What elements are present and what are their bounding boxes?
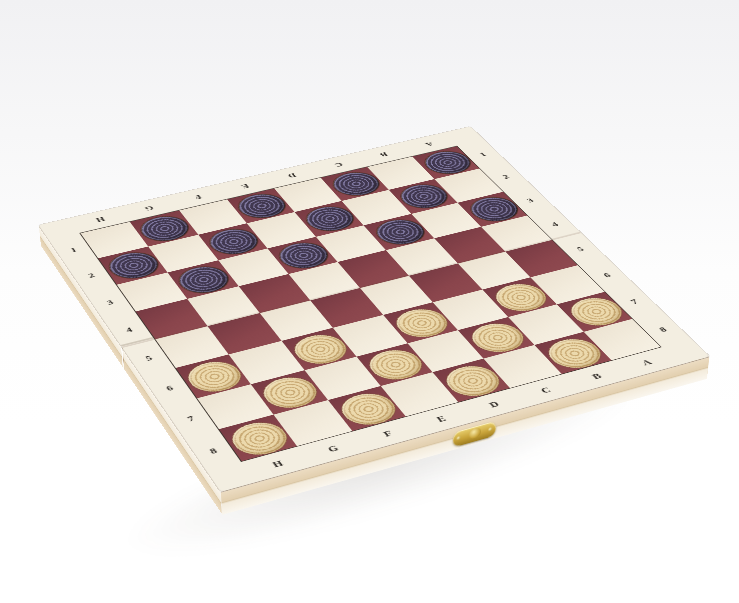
- square-b7[interactable]: [508, 304, 584, 345]
- square-g6[interactable]: [229, 341, 304, 384]
- square-d7[interactable]: [407, 330, 483, 372]
- clasp-screw: [488, 427, 492, 432]
- rank-label-left-2: 2: [80, 270, 103, 282]
- square-g7[interactable]: [251, 370, 328, 414]
- file-label-far-F: F: [186, 192, 208, 203]
- file-label-far-H: H: [89, 214, 112, 225]
- product-photo-checkers-set: 1122334455667788HHGGFFEEDDCCBBAA: [0, 0, 739, 603]
- file-label-near-F: F: [375, 427, 401, 441]
- file-label-near-H: H: [264, 457, 291, 472]
- square-c8[interactable]: [484, 345, 562, 388]
- rank-label-right-1: 1: [471, 149, 493, 159]
- rank-label-left-4: 4: [117, 324, 141, 337]
- file-label-far-C: C: [327, 160, 349, 170]
- file-label-far-G: G: [138, 203, 160, 214]
- rank-label-right-2: 2: [494, 172, 517, 182]
- rank-label-right-4: 4: [543, 219, 567, 230]
- square-e7[interactable]: [356, 343, 432, 386]
- square-e8[interactable]: [380, 372, 458, 416]
- file-label-near-C: C: [533, 383, 559, 397]
- square-f5[interactable]: [259, 300, 332, 341]
- square-h7[interactable]: [197, 384, 274, 429]
- file-label-far-B: B: [373, 149, 395, 159]
- rank-label-left-3: 3: [98, 296, 122, 308]
- clasp-screw: [457, 436, 461, 441]
- rank-label-left-5: 5: [136, 352, 161, 365]
- rank-label-left-1: 1: [62, 244, 85, 255]
- rank-label-right-5: 5: [568, 244, 592, 255]
- square-c7[interactable]: [458, 317, 534, 358]
- file-label-near-A: A: [634, 356, 660, 369]
- file-label-near-E: E: [428, 412, 454, 426]
- rank-label-left-6: 6: [157, 381, 182, 395]
- square-e6[interactable]: [333, 315, 408, 356]
- square-d8[interactable]: [432, 358, 510, 402]
- file-label-near-G: G: [320, 441, 347, 456]
- square-g5[interactable]: [208, 313, 281, 354]
- rank-label-right-3: 3: [518, 195, 541, 206]
- square-e5[interactable]: [310, 288, 383, 328]
- fold-seam-rim-notch: [121, 337, 154, 347]
- square-b8[interactable]: [534, 332, 611, 374]
- square-d6[interactable]: [383, 302, 458, 343]
- square-f6[interactable]: [281, 328, 356, 370]
- file-label-near-B: B: [584, 370, 610, 383]
- file-label-far-D: D: [281, 170, 303, 180]
- clasp-knob: [468, 426, 480, 439]
- perspective-wrapper: 1122334455667788HHGGFFEEDDCCBBAA: [0, 0, 739, 603]
- rank-label-left-8: 8: [200, 443, 226, 458]
- board-top-surface: 1122334455667788HHGGFFEEDDCCBBAA: [39, 127, 710, 492]
- square-h6[interactable]: [176, 354, 251, 398]
- rank-label-left-7: 7: [178, 412, 204, 426]
- checkers-board: 1122334455667788HHGGFFEEDDCCBBAA: [39, 127, 710, 492]
- rank-label-right-7: 7: [622, 296, 647, 308]
- square-h5[interactable]: [155, 326, 229, 368]
- file-label-near-D: D: [481, 398, 507, 412]
- square-f7[interactable]: [304, 356, 380, 400]
- file-label-far-E: E: [234, 181, 256, 191]
- square-h8[interactable]: [219, 414, 297, 461]
- square-a8[interactable]: [583, 319, 660, 361]
- square-f8[interactable]: [327, 386, 405, 431]
- square-g8[interactable]: [274, 400, 352, 446]
- file-label-far-A: A: [418, 139, 440, 149]
- rank-label-right-8: 8: [650, 323, 675, 336]
- rank-label-right-6: 6: [595, 269, 619, 281]
